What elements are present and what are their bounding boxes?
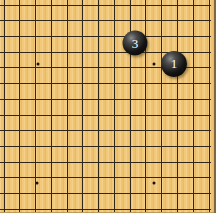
grid-hline [0,5,211,6]
grid-vline [35,0,36,212]
white-margin-right [216,0,220,215]
grid-hline [0,130,211,131]
grid-vline [177,0,178,212]
grid-hline [0,36,211,37]
star-point [36,63,39,66]
move-number: 3 [132,36,139,49]
grid-vline [145,0,146,212]
screenshot-root: 31 [0,0,220,215]
grid-vline [4,0,5,212]
grid-vline [209,0,210,212]
grid-vline [98,0,99,212]
grid-hline [0,115,211,116]
grid-vline [19,0,20,212]
grid-hline [0,209,211,210]
grid-vline [193,0,194,212]
grid-hline [0,83,211,84]
grid-hline [0,146,211,147]
grid-vline [67,0,68,212]
stone-black-3[interactable]: 3 [123,30,148,55]
grid-hline [0,162,211,163]
move-number: 1 [171,57,178,70]
grid-hline [0,99,211,100]
grid-hline [0,193,211,194]
grid-hline [0,20,211,21]
star-point [153,63,156,66]
white-margin-bottom [0,213,220,215]
grid-hline [0,177,211,178]
grid-vline [161,0,162,212]
grid-vline [51,0,52,212]
grid-vline [82,0,83,212]
star-point [153,181,156,184]
go-board[interactable]: 31 [0,0,216,213]
star-point [35,181,38,184]
stone-black-1[interactable]: 1 [161,51,187,77]
grid-vline [114,0,115,212]
